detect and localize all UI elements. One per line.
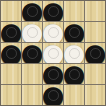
board-cell[interactable] [64, 85, 84, 105]
black-piece: ● [22, 43, 42, 63]
board-cell[interactable]: ● [43, 43, 63, 63]
board-cell[interactable]: ● [43, 1, 63, 21]
board-cell[interactable] [22, 64, 42, 84]
black-piece: ● [85, 43, 105, 63]
board-cell[interactable] [1, 85, 21, 105]
board-cell[interactable]: ● [43, 22, 63, 42]
board-cell[interactable]: ● [1, 22, 21, 42]
black-piece: ● [22, 1, 42, 21]
black-piece: ● [43, 1, 63, 21]
black-piece: ● [1, 22, 21, 42]
board-cell[interactable]: ● [22, 1, 42, 21]
white-piece: ● [43, 22, 63, 42]
game-stage: ●●●●●●●●●●●●●● [0, 0, 106, 106]
board-cell[interactable]: ● [85, 43, 105, 63]
board-cell[interactable]: ● [1, 43, 21, 63]
board: ●●●●●●●●●●●●●● [0, 0, 106, 106]
board-cell[interactable]: ● [64, 43, 84, 63]
white-piece: ● [22, 22, 42, 42]
white-piece: ● [43, 43, 63, 63]
board-cell[interactable]: ● [22, 22, 42, 42]
board-cell[interactable] [22, 85, 42, 105]
board-cell[interactable] [1, 1, 21, 21]
board-cell[interactable] [1, 64, 21, 84]
black-piece: ● [64, 22, 84, 42]
black-piece: ● [64, 64, 84, 84]
board-cell[interactable]: ● [43, 85, 63, 105]
black-piece: ● [1, 43, 21, 63]
black-piece: ● [43, 85, 63, 105]
black-piece: ● [43, 64, 63, 84]
board-cell[interactable]: ● [43, 64, 63, 84]
board-cell[interactable] [85, 22, 105, 42]
board-cell[interactable] [85, 1, 105, 21]
board-cell[interactable] [64, 1, 84, 21]
board-cell[interactable] [85, 85, 105, 105]
board-cell[interactable]: ● [22, 43, 42, 63]
board-cell[interactable] [85, 64, 105, 84]
board-cell[interactable]: ● [64, 22, 84, 42]
white-piece: ● [64, 43, 84, 63]
board-cell[interactable]: ● [64, 64, 84, 84]
